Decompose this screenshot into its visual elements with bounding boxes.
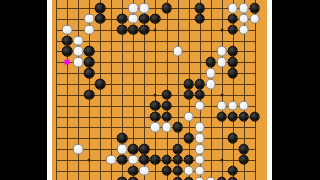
black-stone [172,122,183,133]
black-stone [128,165,139,176]
white-stone [216,46,227,57]
go-board[interactable] [52,0,267,180]
white-stone [205,68,216,79]
white-stone [228,3,239,14]
black-stone [194,90,205,101]
white-stone [117,144,128,155]
black-stone [228,165,239,176]
white-stone [73,57,84,68]
black-stone [194,79,205,90]
grid-line-vertical [155,0,156,180]
black-stone [128,144,139,155]
white-stone [62,24,73,35]
black-stone [183,155,194,166]
black-stone [228,133,239,144]
white-stone [84,14,95,25]
black-stone [183,176,194,180]
white-stone [172,46,183,57]
letterbox-left [0,0,47,180]
grid-line-vertical [111,0,112,180]
black-stone [172,176,183,180]
grid-line-vertical [56,0,57,180]
black-stone [172,155,183,166]
white-stone [239,24,250,35]
black-stone [228,68,239,79]
black-stone [139,14,150,25]
letterbox-right [272,0,320,180]
white-stone [194,144,205,155]
black-stone [150,100,161,111]
black-stone [150,111,161,122]
black-stone [239,155,250,166]
black-stone [150,155,161,166]
white-stone [194,165,205,176]
white-stone [128,14,139,25]
star-point [220,158,223,161]
black-stone [216,176,227,180]
white-stone [139,3,150,14]
grid-line-horizontal [56,171,256,172]
black-stone [205,57,216,68]
black-stone [228,176,239,180]
black-stone [194,14,205,25]
white-stone [228,100,239,111]
black-stone [95,14,106,25]
grid-line-horizontal [56,138,256,139]
black-stone [117,155,128,166]
black-stone [62,46,73,57]
white-stone [73,46,84,57]
black-stone [228,57,239,68]
black-stone [117,176,128,180]
white-stone [216,100,227,111]
white-stone [128,3,139,14]
white-stone [106,155,117,166]
grid-line-vertical [100,0,101,180]
black-stone [161,111,172,122]
star-point [220,28,223,31]
white-stone [161,122,172,133]
black-stone [139,155,150,166]
star-point [154,28,157,31]
white-stone [183,165,194,176]
black-stone [161,100,172,111]
star-point [220,93,223,96]
white-stone [194,176,205,180]
white-stone [194,100,205,111]
black-stone [95,3,106,14]
white-stone [194,122,205,133]
white-stone [73,144,84,155]
black-stone [239,111,250,122]
black-stone [84,90,95,101]
black-stone [150,14,161,25]
black-stone [161,3,172,14]
black-stone [161,90,172,101]
white-stone [239,3,250,14]
black-stone [62,35,73,46]
black-stone [84,46,95,57]
black-stone [250,111,261,122]
black-stone [250,3,261,14]
black-stone [117,133,128,144]
black-stone [117,24,128,35]
screenshot-stage [0,0,320,180]
white-stone [216,57,227,68]
black-stone [172,144,183,155]
black-stone [172,165,183,176]
white-stone [205,79,216,90]
white-stone [205,176,216,180]
black-stone [183,90,194,101]
black-stone [139,24,150,35]
star-point [154,93,157,96]
white-stone [128,155,139,166]
black-stone [128,176,139,180]
white-stone [239,14,250,25]
black-stone [228,111,239,122]
black-stone [161,165,172,176]
black-stone [239,144,250,155]
white-stone [250,14,261,25]
white-stone [139,165,150,176]
grid-line-vertical [255,0,256,180]
white-stone [239,100,250,111]
black-stone [183,79,194,90]
white-stone [194,155,205,166]
white-stone [150,122,161,133]
black-stone [194,3,205,14]
white-stone [194,133,205,144]
black-stone [161,155,172,166]
grid-line-vertical [222,0,223,180]
white-stone [183,111,194,122]
black-stone [128,24,139,35]
black-stone [84,57,95,68]
black-stone [183,133,194,144]
black-stone [84,68,95,79]
black-stone [139,144,150,155]
black-stone [228,24,239,35]
board-background [47,0,272,180]
black-stone [117,14,128,25]
star-point [88,158,91,161]
black-stone [228,14,239,25]
grid-line-vertical [211,0,212,180]
black-stone [228,46,239,57]
white-stone [73,35,84,46]
black-stone [95,79,106,90]
grid-line-horizontal [56,149,256,150]
last-move-marker [65,60,70,65]
black-stone [216,111,227,122]
white-stone [84,24,95,35]
